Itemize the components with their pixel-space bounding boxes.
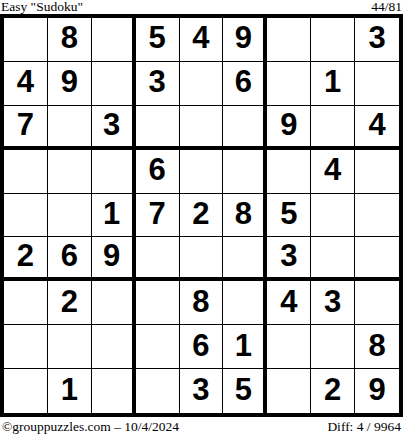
cell-r7c8: 3 <box>311 281 355 325</box>
cell-r4c2[interactable] <box>48 150 92 194</box>
puzzle-title: Easy "Sudoku" <box>0 0 83 13</box>
cell-r9c2: 1 <box>48 369 92 413</box>
cell-r5c8[interactable] <box>311 194 355 238</box>
cell-r1c4: 5 <box>136 18 180 62</box>
cell-r4c8: 4 <box>311 150 355 194</box>
cell-r3c8[interactable] <box>311 106 355 150</box>
cell-r7c3[interactable] <box>92 281 136 325</box>
cell-r2c3[interactable] <box>92 62 136 106</box>
cell-r1c6: 9 <box>223 18 267 62</box>
cell-r5c3: 1 <box>92 194 136 238</box>
cell-r8c1[interactable] <box>4 325 48 369</box>
cell-r3c2[interactable] <box>48 106 92 150</box>
cell-r1c3[interactable] <box>92 18 136 62</box>
cell-r8c5: 6 <box>180 325 224 369</box>
cell-r5c2[interactable] <box>48 194 92 238</box>
cell-r4c6[interactable] <box>223 150 267 194</box>
cell-r6c1: 2 <box>4 237 48 281</box>
cell-r3c3: 3 <box>92 106 136 150</box>
difficulty-text: Diff: 4 / 9964 <box>327 419 403 435</box>
cell-r6c2: 6 <box>48 237 92 281</box>
cell-r8c2[interactable] <box>48 325 92 369</box>
cell-r1c7[interactable] <box>267 18 311 62</box>
cell-r2c6: 6 <box>223 62 267 106</box>
cell-r6c9[interactable] <box>355 237 399 281</box>
cell-r2c7[interactable] <box>267 62 311 106</box>
cell-r8c3[interactable] <box>92 325 136 369</box>
cell-r5c4: 7 <box>136 194 180 238</box>
cell-r5c7: 5 <box>267 194 311 238</box>
cell-r5c1[interactable] <box>4 194 48 238</box>
cell-r9c7[interactable] <box>267 369 311 413</box>
cell-r7c1[interactable] <box>4 281 48 325</box>
cell-r4c9[interactable] <box>355 150 399 194</box>
cell-r8c7[interactable] <box>267 325 311 369</box>
cell-r6c8[interactable] <box>311 237 355 281</box>
cell-r6c4[interactable] <box>136 237 180 281</box>
cell-r4c4: 6 <box>136 150 180 194</box>
cell-r2c9[interactable] <box>355 62 399 106</box>
cell-r7c2: 2 <box>48 281 92 325</box>
cell-r9c8: 2 <box>311 369 355 413</box>
cell-r6c6[interactable] <box>223 237 267 281</box>
cell-r3c4[interactable] <box>136 106 180 150</box>
cell-r3c5[interactable] <box>180 106 224 150</box>
cell-r2c1: 4 <box>4 62 48 106</box>
sudoku-page: Easy "Sudoku" 44/81 85493493617394641728… <box>0 0 403 437</box>
cell-r5c9[interactable] <box>355 194 399 238</box>
cell-r6c5[interactable] <box>180 237 224 281</box>
cell-r3c6[interactable] <box>223 106 267 150</box>
cell-r1c1[interactable] <box>4 18 48 62</box>
cell-r6c7: 3 <box>267 237 311 281</box>
cell-r3c9: 4 <box>355 106 399 150</box>
cell-r8c9: 8 <box>355 325 399 369</box>
cell-r1c5: 4 <box>180 18 224 62</box>
cell-r7c6[interactable] <box>223 281 267 325</box>
copyright-text: ©grouppuzzles.com – 10/4/2024 <box>0 419 179 435</box>
cell-r9c1[interactable] <box>4 369 48 413</box>
empty-cells-counter: 44/81 <box>371 0 403 13</box>
cell-r4c5[interactable] <box>180 150 224 194</box>
cell-r5c6: 8 <box>223 194 267 238</box>
sudoku-board: 8549349361739464172852693284361813529 <box>0 14 403 417</box>
cell-r7c4[interactable] <box>136 281 180 325</box>
cell-r6c3: 9 <box>92 237 136 281</box>
cell-r8c8[interactable] <box>311 325 355 369</box>
header: Easy "Sudoku" 44/81 <box>0 0 403 14</box>
cell-r1c2: 8 <box>48 18 92 62</box>
cell-r2c2: 9 <box>48 62 92 106</box>
cell-r9c9: 9 <box>355 369 399 413</box>
cell-r7c7: 4 <box>267 281 311 325</box>
cell-r9c6: 5 <box>223 369 267 413</box>
cell-r9c5: 3 <box>180 369 224 413</box>
cell-r5c5: 2 <box>180 194 224 238</box>
cell-r4c7[interactable] <box>267 150 311 194</box>
cell-r4c1[interactable] <box>4 150 48 194</box>
cell-r8c6: 1 <box>223 325 267 369</box>
cell-r9c4[interactable] <box>136 369 180 413</box>
cell-r4c3[interactable] <box>92 150 136 194</box>
cell-r2c4: 3 <box>136 62 180 106</box>
footer: ©grouppuzzles.com – 10/4/2024 Diff: 4 / … <box>0 419 403 437</box>
cell-r9c3[interactable] <box>92 369 136 413</box>
cell-r7c9[interactable] <box>355 281 399 325</box>
cell-r2c8: 1 <box>311 62 355 106</box>
cell-r3c1: 7 <box>4 106 48 150</box>
cell-r2c5[interactable] <box>180 62 224 106</box>
cell-r1c9: 3 <box>355 18 399 62</box>
cell-r3c7: 9 <box>267 106 311 150</box>
cell-r1c8[interactable] <box>311 18 355 62</box>
cell-r8c4[interactable] <box>136 325 180 369</box>
cell-r7c5: 8 <box>180 281 224 325</box>
